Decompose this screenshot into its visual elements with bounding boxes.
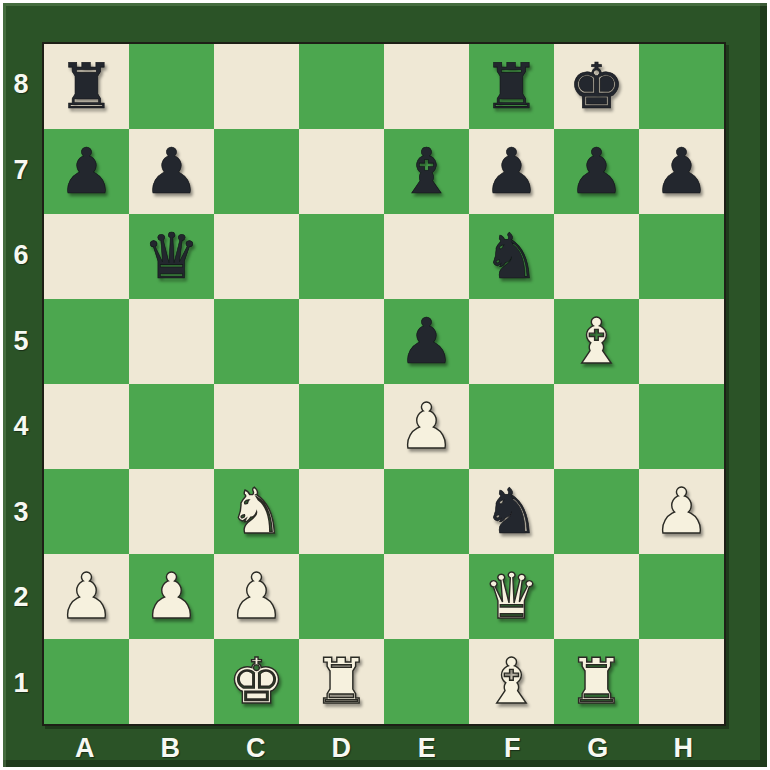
square-e2[interactable]	[384, 554, 469, 639]
black-pawn[interactable]: ♟	[568, 129, 624, 214]
file-label-g: G	[555, 727, 641, 770]
square-a1[interactable]	[44, 639, 129, 724]
black-pawn[interactable]: ♟	[143, 129, 199, 214]
square-d2[interactable]	[299, 554, 384, 639]
black-pawn[interactable]: ♟	[398, 299, 454, 384]
square-h8[interactable]	[639, 44, 724, 129]
white-pawn[interactable]: ♟	[143, 554, 199, 639]
square-f4[interactable]	[469, 384, 554, 469]
square-e5[interactable]: ♟	[384, 299, 469, 384]
square-a8[interactable]: ♜	[44, 44, 129, 129]
file-label-b: B	[128, 727, 214, 770]
white-pawn[interactable]: ♟	[398, 384, 454, 469]
square-c4[interactable]	[214, 384, 299, 469]
square-d8[interactable]	[299, 44, 384, 129]
file-label-a: A	[42, 727, 128, 770]
square-f1[interactable]: ♝	[469, 639, 554, 724]
square-d4[interactable]	[299, 384, 384, 469]
square-e6[interactable]	[384, 214, 469, 299]
square-e4[interactable]: ♟	[384, 384, 469, 469]
square-h1[interactable]	[639, 639, 724, 724]
white-knight[interactable]: ♞	[228, 469, 284, 554]
square-h4[interactable]	[639, 384, 724, 469]
white-pawn[interactable]: ♟	[228, 554, 284, 639]
square-b1[interactable]	[129, 639, 214, 724]
square-a7[interactable]: ♟	[44, 129, 129, 214]
square-a2[interactable]: ♟	[44, 554, 129, 639]
black-pawn[interactable]: ♟	[483, 129, 539, 214]
white-king[interactable]: ♚	[228, 639, 284, 724]
rank-labels: 87654321	[0, 42, 42, 726]
square-c3[interactable]: ♞	[214, 469, 299, 554]
white-pawn[interactable]: ♟	[58, 554, 114, 639]
black-knight[interactable]: ♞	[483, 214, 539, 299]
square-g5[interactable]: ♝	[554, 299, 639, 384]
square-e1[interactable]	[384, 639, 469, 724]
square-b8[interactable]	[129, 44, 214, 129]
square-a3[interactable]	[44, 469, 129, 554]
square-f2[interactable]: ♛	[469, 554, 554, 639]
square-g7[interactable]: ♟	[554, 129, 639, 214]
white-rook[interactable]: ♜	[568, 639, 624, 724]
square-g3[interactable]	[554, 469, 639, 554]
black-knight[interactable]: ♞	[483, 469, 539, 554]
square-e7[interactable]: ♝	[384, 129, 469, 214]
square-c8[interactable]	[214, 44, 299, 129]
square-g8[interactable]: ♚	[554, 44, 639, 129]
square-a4[interactable]	[44, 384, 129, 469]
file-labels: ABCDEFGH	[42, 727, 726, 770]
file-label-h: H	[641, 727, 727, 770]
rank-label-4: 4	[0, 384, 42, 470]
rank-label-8: 8	[0, 42, 42, 128]
square-c2[interactable]: ♟	[214, 554, 299, 639]
square-d6[interactable]	[299, 214, 384, 299]
square-c6[interactable]	[214, 214, 299, 299]
file-label-d: D	[299, 727, 385, 770]
white-rook[interactable]: ♜	[313, 639, 369, 724]
rank-label-7: 7	[0, 128, 42, 214]
square-b2[interactable]: ♟	[129, 554, 214, 639]
black-king[interactable]: ♚	[568, 44, 624, 129]
file-label-c: C	[213, 727, 299, 770]
rank-label-3: 3	[0, 470, 42, 556]
square-h2[interactable]	[639, 554, 724, 639]
square-e3[interactable]	[384, 469, 469, 554]
square-d7[interactable]	[299, 129, 384, 214]
square-h5[interactable]	[639, 299, 724, 384]
square-h7[interactable]: ♟	[639, 129, 724, 214]
square-g6[interactable]	[554, 214, 639, 299]
square-b3[interactable]	[129, 469, 214, 554]
square-g1[interactable]: ♜	[554, 639, 639, 724]
black-queen[interactable]: ♛	[143, 214, 199, 299]
rank-label-1: 1	[0, 641, 42, 727]
rank-label-5: 5	[0, 299, 42, 385]
black-pawn[interactable]: ♟	[58, 129, 114, 214]
black-pawn[interactable]: ♟	[653, 129, 709, 214]
square-c5[interactable]	[214, 299, 299, 384]
black-rook[interactable]: ♜	[58, 44, 114, 129]
black-rook[interactable]: ♜	[483, 44, 539, 129]
file-label-e: E	[384, 727, 470, 770]
square-c1[interactable]: ♚	[214, 639, 299, 724]
chess-diagram: 87654321 ABCDEFGH ♜♜♚♟♟♝♟♟♟♛♞♟♝♟♞♞♟♟♟♟♛♚…	[0, 0, 770, 770]
file-label-f: F	[470, 727, 556, 770]
chessboard: ♜♜♚♟♟♝♟♟♟♛♞♟♝♟♞♞♟♟♟♟♛♚♜♝♜	[42, 42, 726, 726]
square-b5[interactable]	[129, 299, 214, 384]
square-d1[interactable]: ♜	[299, 639, 384, 724]
black-bishop[interactable]: ♝	[398, 129, 454, 214]
square-a6[interactable]	[44, 214, 129, 299]
square-f3[interactable]: ♞	[469, 469, 554, 554]
square-f8[interactable]: ♜	[469, 44, 554, 129]
square-b6[interactable]: ♛	[129, 214, 214, 299]
white-queen[interactable]: ♛	[483, 554, 539, 639]
white-bishop[interactable]: ♝	[483, 639, 539, 724]
square-d5[interactable]	[299, 299, 384, 384]
square-b4[interactable]	[129, 384, 214, 469]
white-bishop[interactable]: ♝	[568, 299, 624, 384]
square-a5[interactable]	[44, 299, 129, 384]
square-b7[interactable]: ♟	[129, 129, 214, 214]
rank-label-6: 6	[0, 213, 42, 299]
square-d3[interactable]	[299, 469, 384, 554]
square-f6[interactable]: ♞	[469, 214, 554, 299]
square-f7[interactable]: ♟	[469, 129, 554, 214]
rank-label-2: 2	[0, 555, 42, 641]
square-g4[interactable]	[554, 384, 639, 469]
white-pawn[interactable]: ♟	[653, 469, 709, 554]
square-g2[interactable]	[554, 554, 639, 639]
square-e8[interactable]	[384, 44, 469, 129]
square-h3[interactable]: ♟	[639, 469, 724, 554]
square-c7[interactable]	[214, 129, 299, 214]
square-f5[interactable]	[469, 299, 554, 384]
square-h6[interactable]	[639, 214, 724, 299]
